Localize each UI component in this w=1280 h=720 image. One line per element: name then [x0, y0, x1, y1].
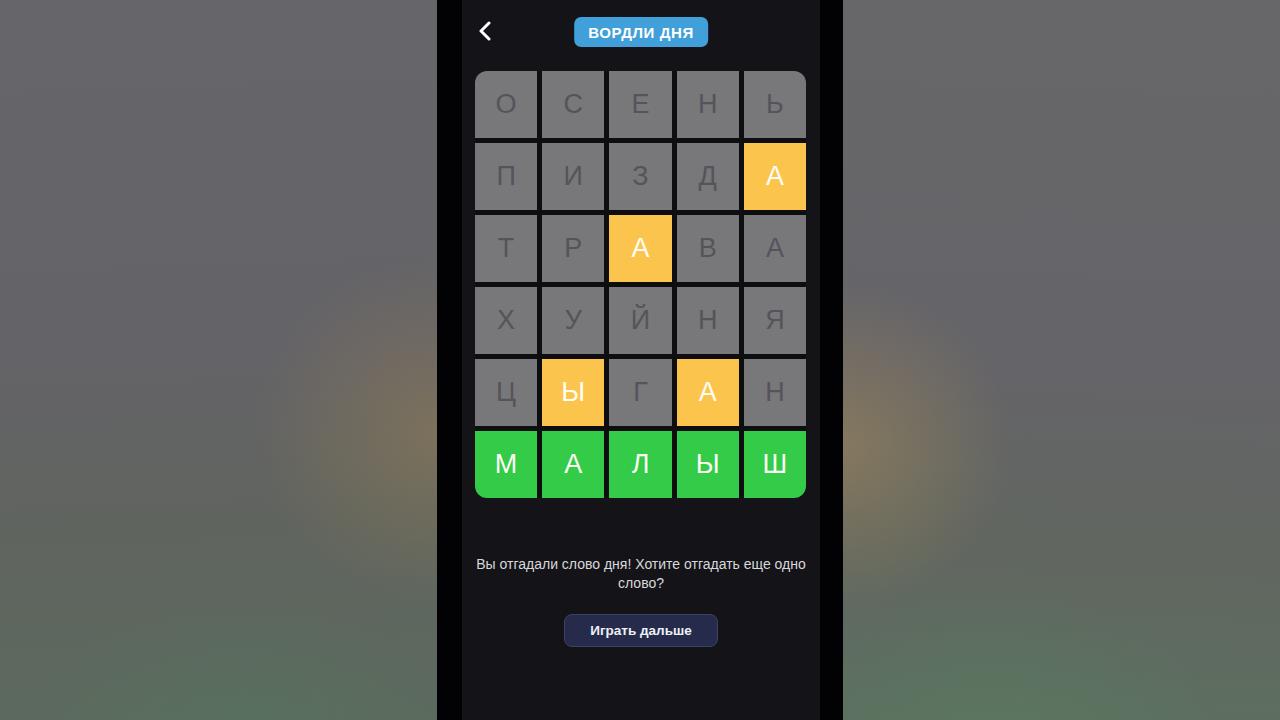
blurred-backdrop-left — [0, 0, 437, 720]
tile-r3c1: Т — [475, 215, 537, 282]
chevron-left-icon — [478, 21, 492, 44]
tile-r6c5: Ш — [744, 431, 806, 498]
tile-r1c1: О — [475, 71, 537, 138]
tile-r3c2: Р — [542, 215, 604, 282]
tile-r1c5: Ь — [744, 71, 806, 138]
tile-r5c3: Г — [609, 359, 671, 426]
tile-r5c4: А — [677, 359, 739, 426]
tile-r3c4: В — [677, 215, 739, 282]
tile-r6c4: Ы — [677, 431, 739, 498]
tile-r3c3: А — [609, 215, 671, 282]
tile-r5c2: Ы — [542, 359, 604, 426]
tile-r3c5: А — [744, 215, 806, 282]
tile-r4c5: Я — [744, 287, 806, 354]
blurred-backdrop-right — [843, 0, 1280, 720]
tile-r1c2: С — [542, 71, 604, 138]
wordle-board: ОСЕНЬПИЗДАТРАВАХУЙНЯЦЫГАНМАЛЫШ — [475, 71, 806, 498]
tile-r1c3: Е — [609, 71, 671, 138]
tile-r5c1: Ц — [475, 359, 537, 426]
tile-r1c4: Н — [677, 71, 739, 138]
wordle-app: ВОРДЛИ ДНЯ ОСЕНЬПИЗДАТРАВАХУЙНЯЦЫГАНМАЛЫ… — [462, 0, 820, 720]
tile-r4c3: Й — [609, 287, 671, 354]
tile-r6c2: А — [542, 431, 604, 498]
tile-r6c1: М — [475, 431, 537, 498]
result-message: Вы отгадали слово дня! Хотите отгадать е… — [462, 555, 820, 593]
tile-r2c4: Д — [677, 143, 739, 210]
tile-r6c3: Л — [609, 431, 671, 498]
title-text: ВОРДЛИ ДНЯ — [588, 24, 694, 41]
tile-r5c5: Н — [744, 359, 806, 426]
back-button[interactable] — [472, 19, 498, 45]
phone-screen: ВОРДЛИ ДНЯ ОСЕНЬПИЗДАТРАВАХУЙНЯЦЫГАНМАЛЫ… — [437, 0, 843, 720]
tile-r2c2: И — [542, 143, 604, 210]
tile-r2c5: А — [744, 143, 806, 210]
tile-r4c4: Н — [677, 287, 739, 354]
tile-r2c3: З — [609, 143, 671, 210]
tile-r4c1: Х — [475, 287, 537, 354]
tile-r4c2: У — [542, 287, 604, 354]
daily-wordle-title-badge: ВОРДЛИ ДНЯ — [574, 17, 708, 47]
play-next-button[interactable]: Играть дальше — [564, 614, 718, 647]
tile-r2c1: П — [475, 143, 537, 210]
